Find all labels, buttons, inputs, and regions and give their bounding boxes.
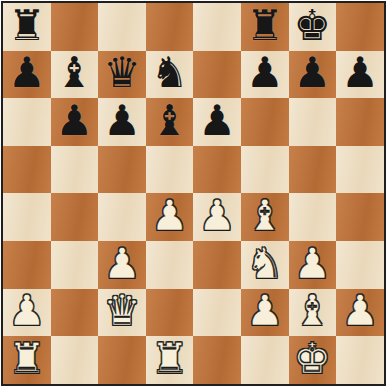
square-h5[interactable]	[336, 146, 384, 194]
square-e4[interactable]: ♟	[193, 193, 241, 241]
piece-black-rook[interactable]: ♜	[246, 5, 284, 47]
chess-board-frame: ♜♜♚♟♝♛♞♟♟♟♟♟♝♟♟♟♝♟♞♟♟♛♟♝♟♜♜♚	[0, 0, 387, 387]
square-e3[interactable]	[193, 241, 241, 289]
square-g4[interactable]	[289, 193, 337, 241]
chess-board: ♜♜♚♟♝♛♞♟♟♟♟♟♝♟♟♟♝♟♞♟♟♛♟♝♟♜♜♚	[1, 1, 386, 386]
square-f5[interactable]	[241, 146, 289, 194]
square-h8[interactable]	[336, 3, 384, 51]
square-d6[interactable]: ♝	[146, 98, 194, 146]
square-d8[interactable]	[146, 3, 194, 51]
square-d7[interactable]: ♞	[146, 51, 194, 99]
square-d1[interactable]: ♜	[146, 336, 194, 384]
square-e8[interactable]	[193, 3, 241, 51]
piece-black-queen[interactable]: ♛	[103, 52, 141, 94]
piece-white-rook[interactable]: ♜	[151, 338, 189, 380]
square-f7[interactable]: ♟	[241, 51, 289, 99]
square-a7[interactable]: ♟	[3, 51, 51, 99]
piece-white-pawn[interactable]: ♟	[151, 195, 189, 237]
square-f2[interactable]: ♟	[241, 289, 289, 337]
piece-white-bishop[interactable]: ♝	[294, 290, 332, 332]
square-d3[interactable]	[146, 241, 194, 289]
piece-white-rook[interactable]: ♜	[8, 338, 46, 380]
square-b4[interactable]	[51, 193, 99, 241]
square-g1[interactable]: ♚	[289, 336, 337, 384]
square-f1[interactable]	[241, 336, 289, 384]
piece-white-pawn[interactable]: ♟	[341, 290, 379, 332]
piece-black-pawn[interactable]: ♟	[103, 100, 141, 142]
piece-black-bishop[interactable]: ♝	[56, 52, 94, 94]
square-b1[interactable]	[51, 336, 99, 384]
square-e7[interactable]	[193, 51, 241, 99]
square-g7[interactable]: ♟	[289, 51, 337, 99]
piece-black-pawn[interactable]: ♟	[341, 52, 379, 94]
square-e1[interactable]	[193, 336, 241, 384]
piece-white-king[interactable]: ♚	[294, 338, 332, 380]
square-g2[interactable]: ♝	[289, 289, 337, 337]
square-c2[interactable]: ♛	[98, 289, 146, 337]
square-c5[interactable]	[98, 146, 146, 194]
piece-black-pawn[interactable]: ♟	[198, 100, 236, 142]
piece-black-king[interactable]: ♚	[294, 5, 332, 47]
square-c4[interactable]	[98, 193, 146, 241]
square-e2[interactable]	[193, 289, 241, 337]
square-h7[interactable]: ♟	[336, 51, 384, 99]
piece-white-pawn[interactable]: ♟	[198, 195, 236, 237]
square-c8[interactable]	[98, 3, 146, 51]
piece-white-knight[interactable]: ♞	[246, 243, 284, 285]
piece-black-pawn[interactable]: ♟	[56, 100, 94, 142]
piece-white-pawn[interactable]: ♟	[294, 243, 332, 285]
square-b6[interactable]: ♟	[51, 98, 99, 146]
piece-black-knight[interactable]: ♞	[151, 52, 189, 94]
square-c1[interactable]	[98, 336, 146, 384]
piece-white-queen[interactable]: ♛	[103, 290, 141, 332]
piece-white-pawn[interactable]: ♟	[103, 243, 141, 285]
square-c3[interactable]: ♟	[98, 241, 146, 289]
piece-black-pawn[interactable]: ♟	[246, 52, 284, 94]
piece-black-pawn[interactable]: ♟	[8, 52, 46, 94]
square-b7[interactable]: ♝	[51, 51, 99, 99]
square-d2[interactable]	[146, 289, 194, 337]
square-d4[interactable]: ♟	[146, 193, 194, 241]
square-b2[interactable]	[51, 289, 99, 337]
square-e5[interactable]	[193, 146, 241, 194]
square-b5[interactable]	[51, 146, 99, 194]
square-a5[interactable]	[3, 146, 51, 194]
square-d5[interactable]	[146, 146, 194, 194]
square-c6[interactable]: ♟	[98, 98, 146, 146]
square-h1[interactable]	[336, 336, 384, 384]
square-h2[interactable]: ♟	[336, 289, 384, 337]
square-g8[interactable]: ♚	[289, 3, 337, 51]
square-a4[interactable]	[3, 193, 51, 241]
piece-white-bishop[interactable]: ♝	[246, 195, 284, 237]
square-c7[interactable]: ♛	[98, 51, 146, 99]
square-f4[interactable]: ♝	[241, 193, 289, 241]
square-h4[interactable]	[336, 193, 384, 241]
square-h3[interactable]	[336, 241, 384, 289]
square-a3[interactable]	[3, 241, 51, 289]
square-g3[interactable]: ♟	[289, 241, 337, 289]
piece-white-pawn[interactable]: ♟	[8, 290, 46, 332]
piece-black-pawn[interactable]: ♟	[294, 52, 332, 94]
square-a2[interactable]: ♟	[3, 289, 51, 337]
piece-black-rook[interactable]: ♜	[8, 5, 46, 47]
square-a1[interactable]: ♜	[3, 336, 51, 384]
square-f6[interactable]	[241, 98, 289, 146]
square-h6[interactable]	[336, 98, 384, 146]
square-f3[interactable]: ♞	[241, 241, 289, 289]
piece-white-pawn[interactable]: ♟	[246, 290, 284, 332]
square-b8[interactable]	[51, 3, 99, 51]
square-g6[interactable]	[289, 98, 337, 146]
square-e6[interactable]: ♟	[193, 98, 241, 146]
square-b3[interactable]	[51, 241, 99, 289]
square-f8[interactable]: ♜	[241, 3, 289, 51]
square-g5[interactable]	[289, 146, 337, 194]
piece-black-bishop[interactable]: ♝	[151, 100, 189, 142]
square-a6[interactable]	[3, 98, 51, 146]
square-a8[interactable]: ♜	[3, 3, 51, 51]
